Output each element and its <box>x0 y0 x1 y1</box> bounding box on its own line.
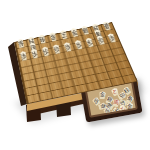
shogi-set-photo: 歩金銀と歩桂香飛馬歩角歩玉と金 香桂銀金王金銀桂香飛角歩歩歩歩歩歩歩歩歩 <box>0 0 150 150</box>
board-square-1-9 <box>121 74 136 84</box>
drawer-piece: 金 <box>98 91 108 100</box>
